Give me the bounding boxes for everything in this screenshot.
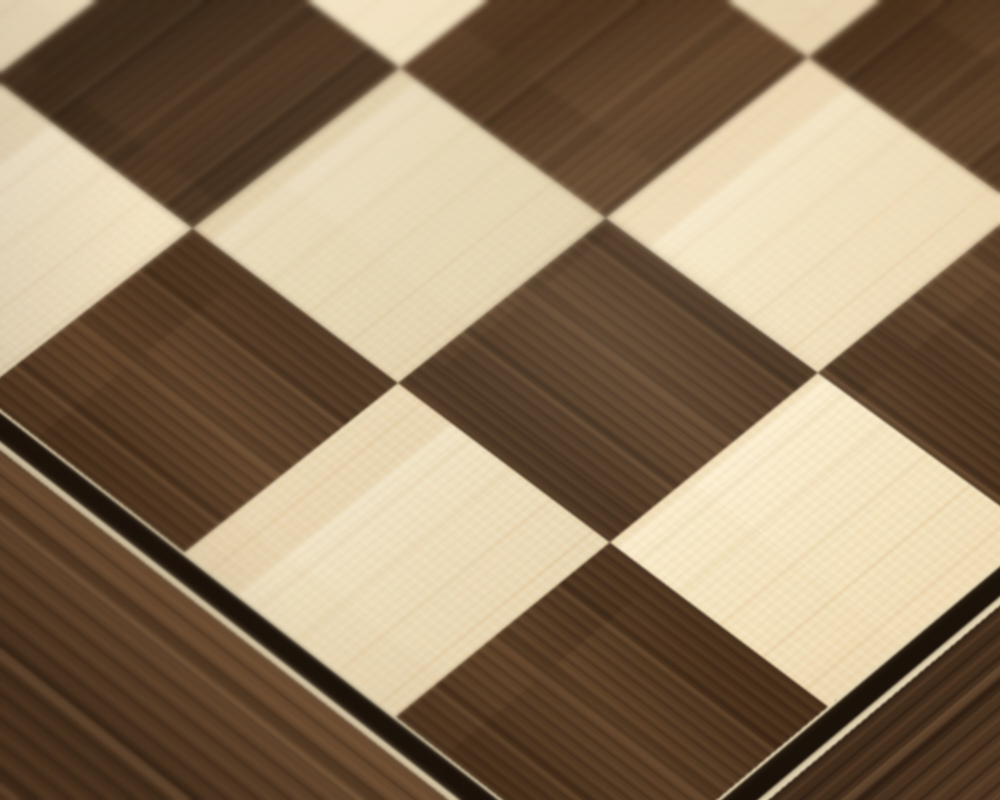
photo-layer [0,0,1000,800]
chessboard-photo [0,0,1000,800]
